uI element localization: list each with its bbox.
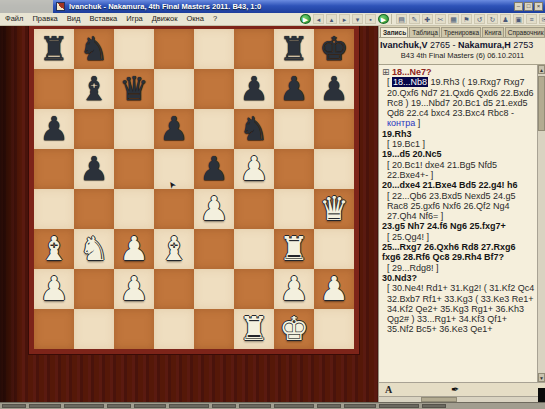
notation-segment[interactable]: [ 29...Rdg8! ] [387,263,439,273]
notation-line: [ 22...Qb6 23.Bxd5 Nexd5 24.g5 Rac8 25.g… [382,191,536,222]
black-pawn: ♟ [274,69,314,109]
taskbar-item[interactable] [317,404,341,408]
font-annotation-icon[interactable]: A [385,384,392,395]
toolbar-icon[interactable]: ▶ [378,14,389,24]
square-g2[interactable]: ♟ [274,269,314,309]
close-button[interactable]: × [534,2,543,11]
event-line: B43 4th Final Masters (6) 06.10.2011 [379,51,545,60]
white-rook: ♜ [234,309,274,349]
black-bishop: ♝ [74,69,114,109]
notation-segment[interactable]: [ 19.Bc1 ] [387,139,425,149]
chessbase-window: Ivanchuk - Nakamura, 4th Final Masters 2… [0,0,545,409]
white-elo: 2765 [430,40,450,50]
window-title: Ivanchuk - Nakamura, 4th Final Masters 2… [69,2,261,11]
scroll-up-icon[interactable]: ▲ [538,65,545,74]
white-rook: ♜ [274,229,314,269]
square-h6[interactable] [314,109,354,149]
menu-item[interactable]: Окна [186,14,203,23]
square-g1[interactable]: ♚ [274,309,314,349]
white-pawn: ♟ [194,189,234,229]
toolbar-icon[interactable]: ✉ [539,14,545,24]
black-knight: ♞ [74,29,114,69]
scroll-down-icon[interactable]: ▼ [538,373,545,382]
menu-item[interactable]: Игра [126,14,142,23]
toolbar-icon[interactable]: ▣ [513,14,524,24]
menu-item[interactable]: Вставка [89,14,117,23]
square-e6[interactable] [194,109,234,149]
square-f3[interactable] [234,229,274,269]
square-d8[interactable] [154,29,194,69]
game-header: Ivanchuk,V 2765 - Nakamura,H 2753 B43 4t… [379,38,545,65]
toolbar-icon[interactable]: ✚ [422,14,433,24]
square-a2[interactable]: ♟ [34,269,74,309]
square-f8[interactable] [234,29,274,69]
black-pawn: ♟ [234,69,274,109]
toolbar-icon[interactable]: ▦ [448,14,459,24]
notation-segment[interactable]: [ 30.Ne4! Rd1+ 31.Kg2! ( 31.Kf2 Qc4 32.B… [387,283,534,334]
panel-corner [538,388,545,402]
notation-line: 23.g5 Nh7 24.f6 Ng6 25.fxg7+ [382,221,536,231]
white-pawn: ♟ [114,269,154,309]
tab-Книга[interactable]: Книга [482,27,504,37]
square-f6[interactable]: ♞ [234,109,274,149]
taskbar-item[interactable] [29,404,61,408]
white-knight: ♞ [74,229,114,269]
square-b5[interactable]: ♟ [74,149,114,189]
menu-item[interactable]: Файл [5,14,23,23]
annotation-toolbar: A ✒ [379,382,545,396]
square-d4[interactable] [154,189,194,229]
black-knight: ♞ [234,109,274,149]
white-pawn: ♟ [34,269,74,309]
square-g6[interactable] [274,109,314,149]
white-pawn: ♟ [274,269,314,309]
window-controls: – □ × [514,2,543,11]
square-f4[interactable] [234,189,274,229]
square-g8[interactable]: ♜ [274,29,314,69]
menu-item[interactable]: Вид [67,14,81,23]
square-b3[interactable]: ♞ [74,229,114,269]
toolbar-icon[interactable]: ▶ [300,14,311,24]
current-move[interactable]: 18...Nb8 [392,77,428,87]
notation-line: 25...Rxg7 26.Qxh6 Rd8 27.Rxg6 fxg6 28.Rf… [382,242,536,263]
square-c3[interactable]: ♟ [114,229,154,269]
taskbar-item[interactable] [64,404,104,408]
square-h1[interactable] [314,309,354,349]
notation-segment[interactable]: 25...Rxg7 26.Qxh6 Rd8 27.Rxg6 fxg6 28.Rf… [382,242,516,262]
white-pawn: ♟ [114,229,154,269]
menu-item[interactable]: ? [213,14,217,23]
vertical-scroll-thumb[interactable] [538,76,545,131]
taskbar-item[interactable] [274,404,314,408]
notation-line: [ 30.Ne4! Rd1+ 31.Kg2! ( 31.Kf2 Qc4 32.B… [382,283,536,334]
black-king: ♚ [314,29,354,69]
notation-line: [ 20.Bc1! dxe4 21.Bg5 Nfd5 22.Bxe4+- ] [382,160,536,181]
tab-Тренировка[interactable]: Тренировка [441,27,481,37]
black-player: Nakamura,H [458,40,511,50]
white-bishop: ♝ [34,229,74,269]
toolbar-icon[interactable]: ↻ [487,14,498,24]
menu-item[interactable]: Правка [32,14,57,23]
square-c8[interactable] [114,29,154,69]
notation-segment[interactable]: [ 20.Bc1! dxe4 21.Bg5 Nfd5 22.Bxe4+- ] [387,160,497,180]
square-a6[interactable]: ♟ [34,109,74,149]
square-e5[interactable]: ♟ [194,149,234,189]
square-c6[interactable] [114,109,154,149]
notation-line: [ 25.Qg4! ] [382,232,536,242]
square-d1[interactable] [154,309,194,349]
tab-Справочник[interactable]: Справочник [505,27,545,37]
notation-segment[interactable]: ] [415,118,420,128]
black-queen: ♛ [114,69,154,109]
square-c7[interactable]: ♛ [114,69,154,109]
square-g5[interactable] [274,149,314,189]
black-elo: 2753 [513,40,533,50]
pen-icon[interactable]: ✒ [451,384,459,395]
notation-line: 30.Nd3? [382,273,536,283]
square-f5[interactable]: ♟ [234,149,274,189]
notation-line: 19.Rh3 [382,129,536,139]
taskbar-item[interactable] [169,404,209,408]
square-h5[interactable] [314,149,354,189]
square-d7[interactable] [154,69,194,109]
square-a7[interactable] [34,69,74,109]
toolbar-icon [391,14,394,24]
square-d3[interactable]: ♝ [154,229,194,269]
toolbar-icon[interactable]: ▸ [339,14,350,24]
square-h7[interactable]: ♟ [314,69,354,109]
notation-line: 19...d5 20.Nc5 [382,149,536,159]
app-icon [56,2,65,11]
square-d2[interactable] [154,269,194,309]
black-pawn: ♟ [34,109,74,149]
square-e1[interactable] [194,309,234,349]
toolbar-icon[interactable]: ▪ [365,14,376,24]
square-e8[interactable] [194,29,234,69]
square-b2[interactable] [74,269,114,309]
maximize-button[interactable]: □ [524,2,533,11]
notation-text: ⊞ 18...Ne7?[ 18...Nb8 19.Rh3 ( 19.Rxg7 R… [379,65,538,382]
board-frame: ♜♞♜♚♝♛♟♟♟♟♟♞♟♟♟♟♛♝♞♟♝♜♟♟♟♟♜♚ [29,26,359,354]
taskbar-item[interactable] [422,404,446,408]
black-rook: ♜ [34,29,74,69]
square-c1[interactable] [114,309,154,349]
square-e7[interactable] [194,69,234,109]
taskbar-item[interactable] [2,404,26,408]
menu-bar-items: ФайлПравкаВидВставкаИграДвижокОкна? [5,14,217,23]
square-g3[interactable]: ♜ [274,229,314,269]
white-pawn: ♟ [234,149,274,189]
white-bishop: ♝ [154,229,194,269]
panel-tabs: ЗаписьТаблицаТренировкаКнигаСправочник [379,26,545,38]
notation-line: ⊞ 18...Ne7? [382,67,536,77]
taskbar-item[interactable] [239,404,271,408]
black-pawn: ♟ [194,149,234,189]
board-panel: ♜♞♜♚♝♛♟♟♟♟♟♞♟♟♟♟♛♝♞♟♝♜♟♟♟♟♜♚ ➤ [0,26,378,402]
toolbar-icon[interactable]: ≡ [526,14,537,24]
square-b6[interactable] [74,109,114,149]
notation-segment[interactable]: ⊞ [382,67,392,77]
notation-segment[interactable]: 18...Ne7? [392,67,432,77]
taskbar-item[interactable] [212,404,236,408]
toolbar-icon[interactable]: ▴ [326,14,337,24]
white-player: Ivanchuk,V [380,40,428,50]
toolbar-icon[interactable]: ✂ [435,14,446,24]
square-g7[interactable]: ♟ [274,69,314,109]
black-pawn: ♟ [74,149,114,189]
menu-item[interactable]: Движок [152,14,178,23]
toolbar-icon[interactable]: ↺ [474,14,485,24]
toolbar-icon[interactable]: ⚑ [461,14,472,24]
square-c4[interactable] [114,189,154,229]
square-b7[interactable]: ♝ [74,69,114,109]
square-c2[interactable]: ♟ [114,269,154,309]
square-f2[interactable] [234,269,274,309]
notation-segment[interactable]: 19.Rh3 [382,129,412,139]
menu-bar: ФайлПравкаВидВставкаИграДвижокОкна? ▶◂▴▸… [0,13,545,26]
toolbar-icon[interactable]: ◂ [313,14,324,24]
square-d6[interactable]: ♟ [154,109,194,149]
title-bar: Ivanchuk - Nakamura, 4th Final Masters 2… [0,0,545,13]
notation-line: 20...dxe4 21.Bxe4 Bd5 22.g4! h6 [382,180,536,190]
square-b8[interactable]: ♞ [74,29,114,69]
notation-line: [ 29...Rdg8! ] [382,263,536,273]
white-queen: ♛ [314,189,354,229]
toolbar-icon[interactable]: ▤ [396,14,407,24]
taskbar-item[interactable] [379,404,419,408]
square-a5[interactable] [34,149,74,189]
notation-segment[interactable]: 19...d5 20.Nc5 [382,149,442,159]
toolbar-icon[interactable]: ▾ [352,14,363,24]
square-h3[interactable] [314,229,354,269]
square-e2[interactable] [194,269,234,309]
notation-segment[interactable]: [ 22...Qb6 23.Bxd5 Nexd5 24.g5 Rac8 25.g… [387,191,516,222]
white-pawn: ♟ [314,269,354,309]
notation-panel: ЗаписьТаблицаТренировкаКнигаСправочник I… [378,26,545,402]
players-line: Ivanchuk,V 2765 - Nakamura,H 2753 [380,40,545,50]
taskbar-item[interactable] [134,404,166,408]
square-f1[interactable]: ♜ [234,309,274,349]
square-a3[interactable]: ♝ [34,229,74,269]
toolbar-icon[interactable]: ♟ [500,14,511,24]
black-pawn: ♟ [154,109,194,149]
taskbar-item[interactable] [107,404,131,408]
toolbar: ▶◂▴▸▾▪▶▤✎✚✂▦⚑↺↻♟▣≡✉◆? [300,14,545,24]
white-king: ♚ [274,309,314,349]
taskbar [0,402,545,409]
taskbar-item[interactable] [344,404,376,408]
tab-Запись[interactable]: Запись [380,27,408,37]
square-c5[interactable] [114,149,154,189]
notation-line: [ 19.Bc1 ] [382,139,536,149]
square-b1[interactable] [74,309,114,349]
square-b4[interactable] [74,189,114,229]
notation-line: [ 18...Nb8 19.Rh3 ( 19.Rxg7 Rxg7 20.Qxf6… [382,77,536,128]
square-f7[interactable]: ♟ [234,69,274,109]
vertical-scrollbar[interactable]: ▲ ▼ [537,65,545,382]
square-e4[interactable]: ♟ [194,189,234,229]
square-h8[interactable]: ♚ [314,29,354,69]
square-e3[interactable] [194,229,234,269]
tab-Таблица[interactable]: Таблица [409,27,439,37]
square-h2[interactable]: ♟ [314,269,354,309]
minimize-button[interactable]: – [514,2,523,11]
square-a8[interactable]: ♜ [34,29,74,69]
black-rook: ♜ [274,29,314,69]
chess-board: ♜♞♜♚♝♛♟♟♟♟♟♞♟♟♟♟♛♝♞♟♝♜♟♟♟♟♜♚ [34,29,354,349]
notation-segment[interactable]: [ 25.Qg4! ] [387,232,429,242]
toolbar-icon[interactable]: ✎ [409,14,420,24]
notation-segment[interactable]: 20...dxe4 21.Bxe4 Bd5 22.g4! h6 [382,180,518,190]
square-g4[interactable] [274,189,314,229]
notation-segment[interactable]: 23.g5 Nh7 24.f6 Ng6 25.fxg7+ [382,221,506,231]
square-a1[interactable] [34,309,74,349]
notation-segment[interactable]: контра [387,118,415,128]
black-pawn: ♟ [314,69,354,109]
square-a4[interactable] [34,189,74,229]
players-separator: - [453,40,456,50]
notation-segment[interactable]: 30.Nd3? [382,273,417,283]
title-fade [0,0,53,13]
square-h4[interactable]: ♛ [314,189,354,229]
